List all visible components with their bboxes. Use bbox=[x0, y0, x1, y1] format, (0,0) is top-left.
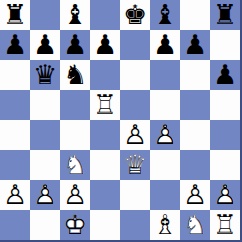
white-rook-glyph: ♜ bbox=[90, 90, 120, 119]
square-h5[interactable] bbox=[210, 90, 240, 120]
black-rook-glyph: ♜ bbox=[0, 0, 30, 29]
square-b5[interactable] bbox=[30, 90, 60, 120]
piece-black-pawn[interactable]: ♟ bbox=[0, 30, 30, 60]
white-bishop-outline: ♗ bbox=[150, 210, 180, 239]
piece-white-bishop[interactable]: ♝♗ bbox=[150, 210, 180, 240]
piece-white-pawn[interactable]: ♟♙ bbox=[150, 120, 180, 150]
square-d1[interactable] bbox=[90, 210, 120, 240]
square-f3[interactable] bbox=[150, 150, 180, 180]
white-rook-outline: ♖ bbox=[210, 210, 240, 239]
square-d3[interactable] bbox=[90, 150, 120, 180]
square-e4[interactable]: ♟♙ bbox=[120, 120, 150, 150]
white-pawn-glyph: ♟ bbox=[30, 180, 60, 209]
white-pawn-outline: ♙ bbox=[210, 180, 240, 209]
black-pawn-glyph: ♟ bbox=[90, 30, 120, 59]
square-f4[interactable]: ♟♙ bbox=[150, 120, 180, 150]
square-b2[interactable]: ♟♙ bbox=[30, 180, 60, 210]
square-b1[interactable] bbox=[30, 210, 60, 240]
piece-white-pawn[interactable]: ♟♙ bbox=[120, 120, 150, 150]
black-bishop-glyph: ♝ bbox=[60, 0, 90, 29]
white-queen-glyph: ♛ bbox=[120, 150, 150, 179]
square-g6[interactable] bbox=[180, 60, 210, 90]
white-pawn-glyph: ♟ bbox=[210, 180, 240, 209]
black-rook-glyph: ♜ bbox=[210, 0, 240, 29]
black-bishop-glyph: ♝ bbox=[150, 0, 180, 29]
piece-white-pawn[interactable]: ♟♙ bbox=[0, 180, 30, 210]
black-pawn-glyph: ♟ bbox=[60, 30, 90, 59]
piece-white-rook[interactable]: ♜♖ bbox=[210, 210, 240, 240]
piece-black-pawn[interactable]: ♟ bbox=[180, 30, 210, 60]
square-c1[interactable]: ♚♔ bbox=[60, 210, 90, 240]
black-pawn-glyph: ♟ bbox=[180, 30, 210, 59]
square-g7[interactable]: ♟ bbox=[180, 30, 210, 60]
square-d8[interactable] bbox=[90, 0, 120, 30]
square-g5[interactable] bbox=[180, 90, 210, 120]
square-d6[interactable] bbox=[90, 60, 120, 90]
piece-black-queen[interactable]: ♛ bbox=[30, 60, 60, 90]
square-e6[interactable] bbox=[120, 60, 150, 90]
white-pawn-outline: ♙ bbox=[150, 120, 180, 149]
chess-board: ♜♝♚♝♜♟♟♟♟♟♟♛♞♟♜♖♟♙♟♙♞♘♛♕♟♙♟♙♟♙♟♙♟♙♚♔♝♗♞♘… bbox=[0, 0, 242, 242]
square-f1[interactable]: ♝♗ bbox=[150, 210, 180, 240]
white-rook-outline: ♖ bbox=[90, 90, 120, 119]
black-king-glyph: ♚ bbox=[120, 0, 150, 29]
square-e5[interactable] bbox=[120, 90, 150, 120]
square-d7[interactable]: ♟ bbox=[90, 30, 120, 60]
piece-white-knight[interactable]: ♞♘ bbox=[180, 210, 210, 240]
square-h6[interactable]: ♟ bbox=[210, 60, 240, 90]
black-queen-glyph: ♛ bbox=[30, 60, 60, 89]
square-e1[interactable] bbox=[120, 210, 150, 240]
piece-black-pawn[interactable]: ♟ bbox=[60, 30, 90, 60]
piece-white-knight[interactable]: ♞♘ bbox=[60, 150, 90, 180]
square-f2[interactable] bbox=[150, 180, 180, 210]
square-e8[interactable]: ♚ bbox=[120, 0, 150, 30]
piece-black-bishop[interactable]: ♝ bbox=[150, 0, 180, 30]
square-c4[interactable] bbox=[60, 120, 90, 150]
white-king-outline: ♔ bbox=[60, 210, 90, 239]
square-e3[interactable]: ♛♕ bbox=[120, 150, 150, 180]
square-a2[interactable]: ♟♙ bbox=[0, 180, 30, 210]
square-d5[interactable]: ♜♖ bbox=[90, 90, 120, 120]
square-b6[interactable]: ♛ bbox=[30, 60, 60, 90]
black-pawn-glyph: ♟ bbox=[210, 60, 240, 89]
white-pawn-glyph: ♟ bbox=[0, 180, 30, 209]
white-rook-glyph: ♜ bbox=[210, 210, 240, 239]
white-pawn-outline: ♙ bbox=[180, 180, 210, 209]
square-a3[interactable] bbox=[0, 150, 30, 180]
piece-white-pawn[interactable]: ♟♙ bbox=[30, 180, 60, 210]
square-c5[interactable] bbox=[60, 90, 90, 120]
square-g2[interactable]: ♟♙ bbox=[180, 180, 210, 210]
square-a8[interactable]: ♜ bbox=[0, 0, 30, 30]
piece-black-king[interactable]: ♚ bbox=[120, 0, 150, 30]
square-g1[interactable]: ♞♘ bbox=[180, 210, 210, 240]
square-d4[interactable] bbox=[90, 120, 120, 150]
piece-white-king[interactable]: ♚♔ bbox=[60, 210, 90, 240]
white-pawn-glyph: ♟ bbox=[60, 180, 90, 209]
piece-black-pawn[interactable]: ♟ bbox=[210, 60, 240, 90]
black-pawn-glyph: ♟ bbox=[30, 30, 60, 59]
piece-white-queen[interactable]: ♛♕ bbox=[120, 150, 150, 180]
white-pawn-outline: ♙ bbox=[30, 180, 60, 209]
square-a1[interactable] bbox=[0, 210, 30, 240]
piece-white-rook[interactable]: ♜♖ bbox=[90, 90, 120, 120]
piece-black-bishop[interactable]: ♝ bbox=[60, 0, 90, 30]
square-b8[interactable] bbox=[30, 0, 60, 30]
piece-white-pawn[interactable]: ♟♙ bbox=[180, 180, 210, 210]
square-g3[interactable] bbox=[180, 150, 210, 180]
piece-black-rook[interactable]: ♜ bbox=[0, 0, 30, 30]
square-h2[interactable]: ♟♙ bbox=[210, 180, 240, 210]
square-d2[interactable] bbox=[90, 180, 120, 210]
white-pawn-glyph: ♟ bbox=[120, 120, 150, 149]
white-knight-outline: ♘ bbox=[60, 150, 90, 179]
square-c3[interactable]: ♞♘ bbox=[60, 150, 90, 180]
white-pawn-outline: ♙ bbox=[120, 120, 150, 149]
square-a4[interactable] bbox=[0, 120, 30, 150]
square-b3[interactable] bbox=[30, 150, 60, 180]
white-pawn-glyph: ♟ bbox=[180, 180, 210, 209]
black-knight-glyph: ♞ bbox=[60, 60, 90, 89]
piece-black-pawn[interactable]: ♟ bbox=[150, 30, 180, 60]
square-c6[interactable]: ♞ bbox=[60, 60, 90, 90]
piece-white-pawn[interactable]: ♟♙ bbox=[60, 180, 90, 210]
white-bishop-glyph: ♝ bbox=[150, 210, 180, 239]
square-a5[interactable] bbox=[0, 90, 30, 120]
piece-black-pawn[interactable]: ♟ bbox=[90, 30, 120, 60]
square-c7[interactable]: ♟ bbox=[60, 30, 90, 60]
square-f5[interactable] bbox=[150, 90, 180, 120]
white-pawn-outline: ♙ bbox=[0, 180, 30, 209]
square-c2[interactable]: ♟♙ bbox=[60, 180, 90, 210]
square-b7[interactable]: ♟ bbox=[30, 30, 60, 60]
square-a6[interactable] bbox=[0, 60, 30, 90]
square-f7[interactable]: ♟ bbox=[150, 30, 180, 60]
black-pawn-glyph: ♟ bbox=[0, 30, 30, 59]
square-e7[interactable] bbox=[120, 30, 150, 60]
square-f8[interactable]: ♝ bbox=[150, 0, 180, 30]
white-knight-outline: ♘ bbox=[180, 210, 210, 239]
piece-black-knight[interactable]: ♞ bbox=[60, 60, 90, 90]
piece-black-pawn[interactable]: ♟ bbox=[30, 30, 60, 60]
square-g4[interactable] bbox=[180, 120, 210, 150]
square-g8[interactable] bbox=[180, 0, 210, 30]
square-h3[interactable] bbox=[210, 150, 240, 180]
white-knight-glyph: ♞ bbox=[60, 150, 90, 179]
black-pawn-glyph: ♟ bbox=[150, 30, 180, 59]
white-queen-outline: ♕ bbox=[120, 150, 150, 179]
square-h7[interactable] bbox=[210, 30, 240, 60]
piece-black-rook[interactable]: ♜ bbox=[210, 0, 240, 30]
white-pawn-glyph: ♟ bbox=[150, 120, 180, 149]
square-c8[interactable]: ♝ bbox=[60, 0, 90, 30]
square-h8[interactable]: ♜ bbox=[210, 0, 240, 30]
white-pawn-outline: ♙ bbox=[60, 180, 90, 209]
square-a7[interactable]: ♟ bbox=[0, 30, 30, 60]
piece-white-pawn[interactable]: ♟♙ bbox=[210, 180, 240, 210]
square-f6[interactable] bbox=[150, 60, 180, 90]
white-king-glyph: ♚ bbox=[60, 210, 90, 239]
white-knight-glyph: ♞ bbox=[180, 210, 210, 239]
square-e2[interactable] bbox=[120, 180, 150, 210]
square-h4[interactable] bbox=[210, 120, 240, 150]
square-b4[interactable] bbox=[30, 120, 60, 150]
square-h1[interactable]: ♜♖ bbox=[210, 210, 240, 240]
